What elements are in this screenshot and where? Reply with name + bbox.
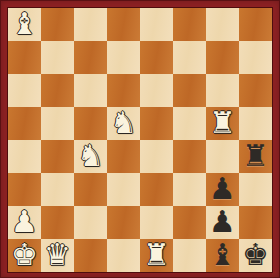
white-knight[interactable]: ♞ [77, 140, 104, 172]
square-b3[interactable] [41, 173, 74, 206]
square-d3[interactable] [107, 173, 140, 206]
white-bishop[interactable]: ♝ [11, 8, 38, 40]
square-g4[interactable] [206, 140, 239, 173]
square-e7[interactable] [140, 41, 173, 74]
square-g2[interactable]: ♟ [206, 206, 239, 239]
square-h6[interactable] [239, 74, 272, 107]
white-king[interactable]: ♚ [11, 239, 38, 271]
square-c6[interactable] [74, 74, 107, 107]
white-knight[interactable]: ♞ [110, 107, 137, 139]
black-king[interactable]: ♚ [242, 239, 269, 271]
square-e6[interactable] [140, 74, 173, 107]
square-e3[interactable] [140, 173, 173, 206]
square-a6[interactable] [8, 74, 41, 107]
square-c3[interactable] [74, 173, 107, 206]
square-a1[interactable]: ♚ [8, 239, 41, 272]
square-a8[interactable]: ♝ [8, 8, 41, 41]
square-g7[interactable] [206, 41, 239, 74]
white-rook[interactable]: ♜ [143, 239, 170, 271]
square-c8[interactable] [74, 8, 107, 41]
square-b5[interactable] [41, 107, 74, 140]
square-c4[interactable]: ♞ [74, 140, 107, 173]
square-d7[interactable] [107, 41, 140, 74]
square-c7[interactable] [74, 41, 107, 74]
square-b1[interactable]: ♛ [41, 239, 74, 272]
square-f5[interactable] [173, 107, 206, 140]
square-h1[interactable]: ♚ [239, 239, 272, 272]
square-h3[interactable] [239, 173, 272, 206]
square-f2[interactable] [173, 206, 206, 239]
black-rook[interactable]: ♜ [242, 140, 269, 172]
square-b2[interactable] [41, 206, 74, 239]
black-bishop[interactable]: ♝ [209, 239, 236, 271]
square-e4[interactable] [140, 140, 173, 173]
square-d2[interactable] [107, 206, 140, 239]
square-d8[interactable] [107, 8, 140, 41]
square-d4[interactable] [107, 140, 140, 173]
square-d1[interactable] [107, 239, 140, 272]
square-a7[interactable] [8, 41, 41, 74]
square-a3[interactable] [8, 173, 41, 206]
square-g1[interactable]: ♝ [206, 239, 239, 272]
square-a5[interactable] [8, 107, 41, 140]
square-b8[interactable] [41, 8, 74, 41]
white-pawn[interactable]: ♟ [11, 206, 38, 238]
square-e5[interactable] [140, 107, 173, 140]
square-a2[interactable]: ♟ [8, 206, 41, 239]
square-f6[interactable] [173, 74, 206, 107]
square-h8[interactable] [239, 8, 272, 41]
square-c5[interactable] [74, 107, 107, 140]
square-e2[interactable] [140, 206, 173, 239]
square-f8[interactable] [173, 8, 206, 41]
black-pawn[interactable]: ♟ [209, 173, 236, 205]
square-c1[interactable] [74, 239, 107, 272]
square-b4[interactable] [41, 140, 74, 173]
square-h2[interactable] [239, 206, 272, 239]
square-f4[interactable] [173, 140, 206, 173]
square-h7[interactable] [239, 41, 272, 74]
square-f1[interactable] [173, 239, 206, 272]
square-g8[interactable] [206, 8, 239, 41]
square-a4[interactable] [8, 140, 41, 173]
square-b6[interactable] [41, 74, 74, 107]
chessboard: ♝♞♜♞♜♟♟♟♚♛♜♝♚ [8, 8, 272, 272]
square-f3[interactable] [173, 173, 206, 206]
square-d5[interactable]: ♞ [107, 107, 140, 140]
square-e1[interactable]: ♜ [140, 239, 173, 272]
square-g3[interactable]: ♟ [206, 173, 239, 206]
square-d6[interactable] [107, 74, 140, 107]
white-queen[interactable]: ♛ [44, 239, 71, 271]
black-pawn[interactable]: ♟ [209, 206, 236, 238]
square-c2[interactable] [74, 206, 107, 239]
square-h5[interactable] [239, 107, 272, 140]
square-g6[interactable] [206, 74, 239, 107]
square-f7[interactable] [173, 41, 206, 74]
white-rook[interactable]: ♜ [209, 107, 236, 139]
square-b7[interactable] [41, 41, 74, 74]
square-e8[interactable] [140, 8, 173, 41]
board-frame: ♝♞♜♞♜♟♟♟♚♛♜♝♚ [0, 0, 280, 278]
square-g5[interactable]: ♜ [206, 107, 239, 140]
square-h4[interactable]: ♜ [239, 140, 272, 173]
